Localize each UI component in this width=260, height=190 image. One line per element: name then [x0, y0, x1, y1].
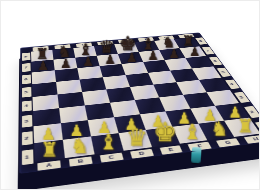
file-label-front-e: E [159, 145, 183, 155]
file-label-front-h: H [244, 134, 260, 143]
clasp-icon [190, 147, 201, 163]
file-label-front-c: C [99, 152, 123, 162]
product-photo: ABCDEFGH ABCDEFGH 87654321 87654321 ♜♞♝♛… [0, 0, 260, 190]
rank-label-left-7: 7 [22, 63, 31, 72]
file-label-front-g: G [216, 138, 240, 147]
rook-glyph: ♜ [30, 140, 70, 160]
file-label-front-a: A [37, 160, 60, 170]
chessboard-scene: ABCDEFGH ABCDEFGH 87654321 87654321 ♜♞♝♛… [1, 1, 259, 189]
rank-label-left-6: 6 [22, 74, 31, 84]
file-label-front-d: D [129, 149, 153, 159]
rank-label-left-4: 4 [21, 100, 31, 112]
rank-label-left-5: 5 [21, 87, 30, 98]
chess-board: ABCDEFGH ABCDEFGH 87654321 87654321 ♜♞♝♛… [19, 32, 260, 174]
file-label-front-b: B [69, 156, 93, 166]
rank-label-left-8: 8 [22, 53, 30, 61]
